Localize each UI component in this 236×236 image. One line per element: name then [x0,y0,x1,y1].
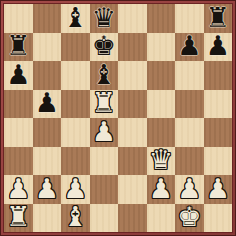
square-d4[interactable]: ♟ [90,118,119,147]
square-d2[interactable] [90,175,119,204]
white-pawn-piece: ♟ [63,175,87,202]
square-c6[interactable] [61,61,90,90]
square-d5[interactable]: ♜ [90,90,119,119]
square-g1[interactable]: ♚ [175,204,204,233]
square-b7[interactable] [33,33,62,62]
square-h7[interactable]: ♟ [204,33,233,62]
black-queen-piece: ♛ [92,4,116,31]
square-c3[interactable] [61,147,90,176]
square-c5[interactable] [61,90,90,119]
square-c8[interactable]: ♝ [61,4,90,33]
square-f3[interactable]: ♛ [147,147,176,176]
square-b5[interactable]: ♟ [33,90,62,119]
white-pawn-piece: ♟ [177,175,201,202]
square-f4[interactable] [147,118,176,147]
square-h5[interactable] [204,90,233,119]
square-d8[interactable]: ♛ [90,4,119,33]
black-rook-piece: ♜ [206,4,230,31]
square-e2[interactable] [118,175,147,204]
square-f7[interactable] [147,33,176,62]
square-a5[interactable] [4,90,33,119]
square-e1[interactable] [118,204,147,233]
black-rook-piece: ♜ [6,32,30,59]
black-pawn-piece: ♟ [35,89,59,116]
board-frame: ♝♛♜♜♚♟♟♟♝♟♜♟♛♟♟♟♟♟♟♜♝♚ [0,0,236,236]
square-d7[interactable]: ♚ [90,33,119,62]
square-a6[interactable]: ♟ [4,61,33,90]
square-h4[interactable] [204,118,233,147]
square-a7[interactable]: ♜ [4,33,33,62]
white-pawn-piece: ♟ [35,175,59,202]
square-g5[interactable] [175,90,204,119]
black-pawn-piece: ♟ [177,32,201,59]
white-pawn-piece: ♟ [6,175,30,202]
square-g4[interactable] [175,118,204,147]
square-d6[interactable]: ♝ [90,61,119,90]
square-e5[interactable] [118,90,147,119]
square-h6[interactable] [204,61,233,90]
white-bishop-piece: ♝ [63,203,87,230]
square-d3[interactable] [90,147,119,176]
square-b8[interactable] [33,4,62,33]
square-c7[interactable] [61,33,90,62]
square-e6[interactable] [118,61,147,90]
square-b2[interactable]: ♟ [33,175,62,204]
square-a2[interactable]: ♟ [4,175,33,204]
square-g8[interactable] [175,4,204,33]
square-h1[interactable] [204,204,233,233]
square-a1[interactable]: ♜ [4,204,33,233]
square-b3[interactable] [33,147,62,176]
square-h3[interactable] [204,147,233,176]
square-c2[interactable]: ♟ [61,175,90,204]
white-rook-piece: ♜ [6,203,30,230]
square-h8[interactable]: ♜ [204,4,233,33]
square-f5[interactable] [147,90,176,119]
square-h2[interactable]: ♟ [204,175,233,204]
square-f1[interactable] [147,204,176,233]
square-g3[interactable] [175,147,204,176]
square-e8[interactable] [118,4,147,33]
square-f8[interactable] [147,4,176,33]
white-pawn-piece: ♟ [206,175,230,202]
square-e7[interactable] [118,33,147,62]
square-f2[interactable]: ♟ [147,175,176,204]
chess-board: ♝♛♜♜♚♟♟♟♝♟♜♟♛♟♟♟♟♟♟♜♝♚ [4,4,232,232]
square-g7[interactable]: ♟ [175,33,204,62]
black-pawn-piece: ♟ [6,61,30,88]
black-bishop-piece: ♝ [63,4,87,31]
square-b6[interactable] [33,61,62,90]
square-a4[interactable] [4,118,33,147]
square-e4[interactable] [118,118,147,147]
square-c1[interactable]: ♝ [61,204,90,233]
square-b1[interactable] [33,204,62,233]
square-c4[interactable] [61,118,90,147]
square-e3[interactable] [118,147,147,176]
square-f6[interactable] [147,61,176,90]
square-g6[interactable] [175,61,204,90]
white-queen-piece: ♛ [149,146,173,173]
white-rook-piece: ♜ [92,89,116,116]
square-d1[interactable] [90,204,119,233]
black-bishop-piece: ♝ [92,61,116,88]
square-a8[interactable] [4,4,33,33]
square-a3[interactable] [4,147,33,176]
white-pawn-piece: ♟ [92,118,116,145]
white-king-piece: ♚ [177,203,201,230]
square-g2[interactable]: ♟ [175,175,204,204]
square-b4[interactable] [33,118,62,147]
black-king-piece: ♚ [92,32,116,59]
black-pawn-piece: ♟ [206,32,230,59]
white-pawn-piece: ♟ [149,175,173,202]
